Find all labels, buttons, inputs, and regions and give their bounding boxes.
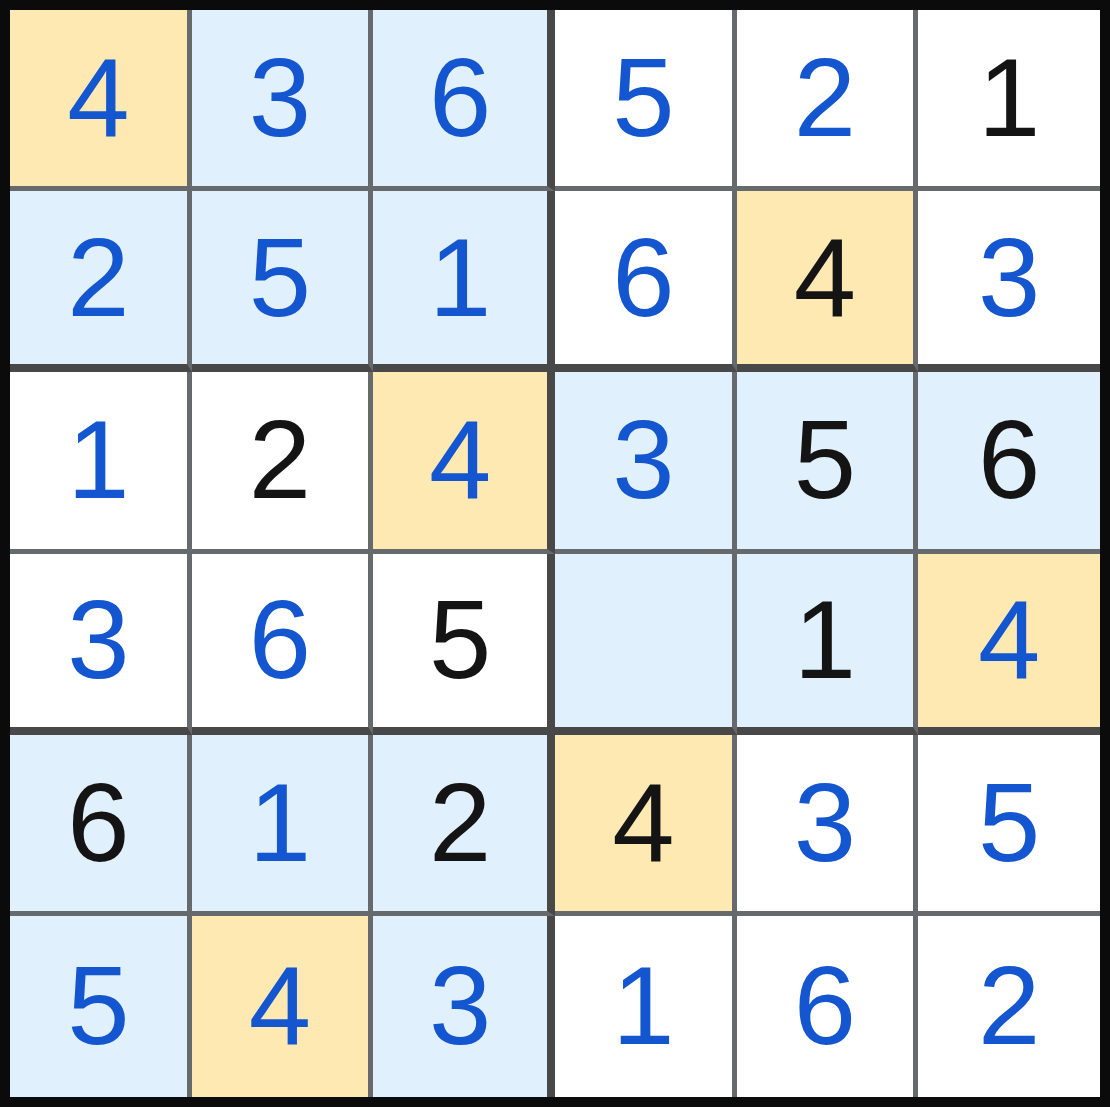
cell-r6c6[interactable]: 2	[918, 916, 1100, 1097]
cell-r3c5[interactable]: 5	[737, 372, 919, 553]
cell-r4c1[interactable]: 3	[10, 554, 192, 735]
cell-r1c4[interactable]: 5	[555, 10, 737, 191]
cell-r4c3[interactable]: 5	[373, 554, 555, 735]
cell-r2c1[interactable]: 2	[10, 191, 192, 372]
cell-r5c5[interactable]: 3	[737, 735, 919, 916]
cell-r1c1[interactable]: 4	[10, 10, 192, 191]
cell-r1c2[interactable]: 3	[192, 10, 374, 191]
cell-r5c6[interactable]: 5	[918, 735, 1100, 916]
cell-r2c3[interactable]: 1	[373, 191, 555, 372]
cell-r3c1[interactable]: 1	[10, 372, 192, 553]
cell-r6c4[interactable]: 1	[555, 916, 737, 1097]
cell-r4c4[interactable]	[555, 554, 737, 735]
cell-r5c2[interactable]: 1	[192, 735, 374, 916]
cell-r1c5[interactable]: 2	[737, 10, 919, 191]
cell-r3c3[interactable]: 4	[373, 372, 555, 553]
cell-r5c1[interactable]: 6	[10, 735, 192, 916]
cell-r3c2[interactable]: 2	[192, 372, 374, 553]
cell-r1c6[interactable]: 1	[918, 10, 1100, 191]
cell-r3c6[interactable]: 6	[918, 372, 1100, 553]
cell-r4c5[interactable]: 1	[737, 554, 919, 735]
sudoku-board: 43652125164312435636514612435543162	[0, 0, 1110, 1107]
cell-r6c2[interactable]: 4	[192, 916, 374, 1097]
cell-r5c4[interactable]: 4	[555, 735, 737, 916]
cell-r2c5[interactable]: 4	[737, 191, 919, 372]
cell-r1c3[interactable]: 6	[373, 10, 555, 191]
cell-r2c6[interactable]: 3	[918, 191, 1100, 372]
cell-r6c5[interactable]: 6	[737, 916, 919, 1097]
cell-r4c6[interactable]: 4	[918, 554, 1100, 735]
cell-r5c3[interactable]: 2	[373, 735, 555, 916]
cell-r6c3[interactable]: 3	[373, 916, 555, 1097]
cell-r4c2[interactable]: 6	[192, 554, 374, 735]
cell-r2c4[interactable]: 6	[555, 191, 737, 372]
cell-r3c4[interactable]: 3	[555, 372, 737, 553]
cell-r6c1[interactable]: 5	[10, 916, 192, 1097]
cell-r2c2[interactable]: 5	[192, 191, 374, 372]
